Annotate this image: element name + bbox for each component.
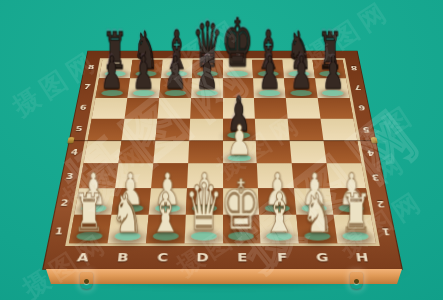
square-f7[interactable]: ♟	[253, 78, 286, 98]
black-pawn[interactable]: ♟	[132, 49, 154, 95]
white-pawn[interactable]: ♟	[227, 119, 252, 161]
square-d6[interactable]	[189, 97, 222, 118]
black-pawn[interactable]: ♟	[195, 49, 217, 95]
square-h1[interactable]: ♜	[333, 214, 375, 242]
square-a6[interactable]	[91, 97, 127, 118]
white-bishop[interactable]: ♝	[148, 184, 181, 239]
white-bishop[interactable]: ♝	[263, 184, 296, 239]
file-label-g: G	[301, 250, 342, 264]
board-grid: ♜♞♝♛♚♝♞♜♟♟♟♟♟♟♟♟♟♟♟♟♟♟♟♟♜♞♝♛♚♝♞♜	[65, 58, 380, 246]
square-b7[interactable]: ♟	[127, 78, 161, 98]
file-label-c: C	[142, 250, 183, 264]
board-frame: ABCDEFGH ABCDEFGH 87654321 87654321 ♜♞♝♛…	[42, 50, 403, 269]
square-a4[interactable]	[83, 140, 121, 163]
file-label-a: A	[61, 250, 103, 264]
square-a5[interactable]	[87, 118, 124, 140]
black-pawn[interactable]: ♟	[290, 49, 312, 95]
square-h4[interactable]	[323, 140, 361, 163]
white-knight[interactable]: ♞	[110, 185, 142, 239]
square-e8[interactable]: ♚	[222, 59, 253, 77]
rank-label-6: 6	[352, 96, 371, 117]
rank-label-7: 7	[348, 76, 367, 96]
file-label-e: E	[222, 250, 262, 264]
square-c6[interactable]	[157, 97, 191, 118]
chessboard-photo: ABCDEFGH ABCDEFGH 87654321 87654321 ♜♞♝♛…	[0, 0, 443, 300]
square-g7[interactable]: ♟	[284, 78, 318, 98]
file-labels-bottom: ABCDEFGH	[60, 245, 383, 268]
white-rook[interactable]: ♜	[73, 186, 105, 239]
chess-board: ABCDEFGH ABCDEFGH 87654321 87654321 ♜♞♝♛…	[42, 50, 403, 269]
square-g6[interactable]	[286, 97, 321, 118]
square-b1[interactable]: ♞	[107, 214, 148, 242]
black-pawn[interactable]: ♟	[163, 49, 185, 95]
brass-clasp-left	[80, 272, 93, 289]
file-label-b: B	[101, 250, 142, 264]
square-f4[interactable]	[256, 140, 292, 163]
square-e1[interactable]: ♚	[222, 214, 260, 242]
white-king[interactable]: ♚	[220, 170, 261, 239]
rank-label-5: 5	[356, 117, 376, 139]
brass-clasp-right	[350, 272, 363, 289]
square-d4[interactable]	[187, 140, 222, 163]
clasp-knob	[84, 279, 89, 284]
square-g5[interactable]	[287, 118, 323, 140]
file-label-h: H	[341, 250, 383, 264]
square-c7[interactable]: ♟	[158, 78, 191, 98]
square-g4[interactable]	[289, 140, 326, 163]
square-d7[interactable]: ♟	[190, 78, 222, 98]
square-f5[interactable]	[255, 118, 290, 140]
square-b4[interactable]	[118, 140, 155, 163]
square-b5[interactable]	[121, 118, 157, 140]
square-h5[interactable]	[320, 118, 357, 140]
square-g1[interactable]: ♞	[296, 214, 337, 242]
clasp-knob	[354, 279, 359, 284]
square-a1[interactable]: ♜	[69, 214, 111, 242]
file-label-d: D	[182, 250, 222, 264]
black-pawn[interactable]: ♟	[258, 49, 280, 95]
square-e4[interactable]: ♟	[222, 140, 257, 163]
square-b6[interactable]	[124, 97, 159, 118]
file-label-f: F	[262, 250, 303, 264]
square-a7[interactable]: ♟	[95, 78, 129, 98]
white-queen[interactable]: ♛	[184, 175, 222, 239]
square-d1[interactable]: ♛	[184, 214, 222, 242]
white-rook[interactable]: ♜	[340, 186, 372, 239]
black-pawn[interactable]: ♟	[322, 49, 344, 95]
black-pawn[interactable]: ♟	[100, 49, 122, 95]
black-king[interactable]: ♚	[221, 9, 253, 75]
square-c5[interactable]	[155, 118, 190, 140]
square-f1[interactable]: ♝	[259, 214, 299, 242]
square-d5[interactable]	[188, 118, 222, 140]
square-f6[interactable]	[254, 97, 288, 118]
square-h6[interactable]	[317, 97, 353, 118]
square-h7[interactable]: ♟	[315, 78, 349, 98]
square-c4[interactable]	[153, 140, 189, 163]
white-knight[interactable]: ♞	[301, 185, 333, 239]
square-c1[interactable]: ♝	[145, 214, 185, 242]
board-side-edge	[46, 269, 402, 284]
rank-label-8: 8	[344, 58, 362, 77]
